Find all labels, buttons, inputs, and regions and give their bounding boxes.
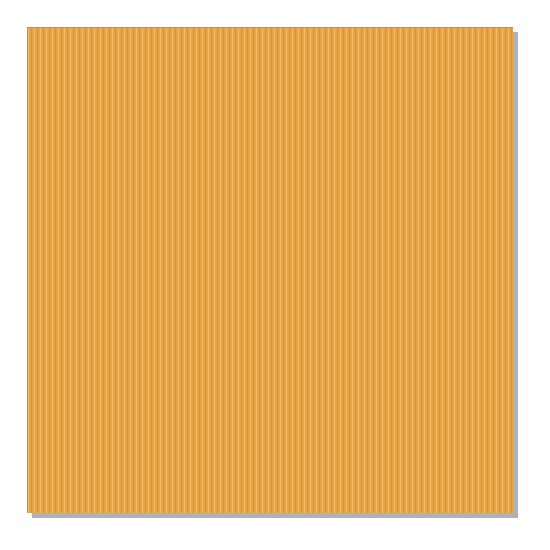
go-board[interactable] [27,27,513,513]
stones-layer [28,29,514,515]
go-board-viewer [0,0,550,550]
